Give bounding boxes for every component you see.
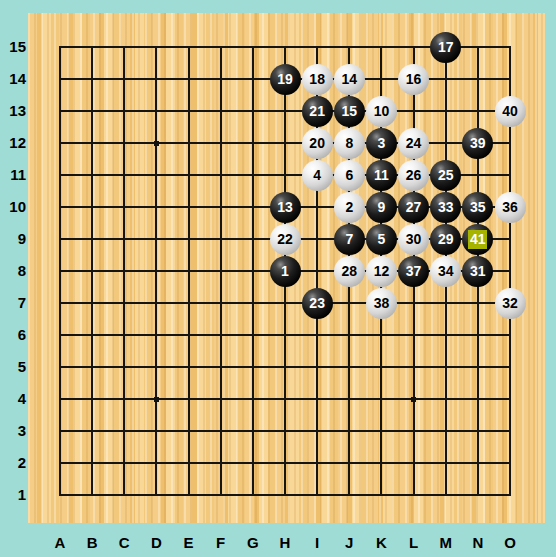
move-number: 17 (438, 40, 454, 54)
move-number: 5 (378, 232, 386, 246)
row-label-4: 4 (0, 389, 26, 409)
stone-27[interactable]: 27 (398, 192, 429, 223)
move-number: 14 (341, 72, 357, 86)
move-number: 19 (277, 72, 293, 86)
grid-line (59, 398, 511, 400)
move-number: 23 (309, 296, 325, 310)
move-number: 7 (345, 232, 353, 246)
row-label-6: 6 (0, 325, 26, 345)
move-number: 22 (277, 232, 293, 246)
grid-line (59, 494, 511, 496)
go-diagram: 1234567891011121314151617181920212223242… (0, 0, 556, 557)
move-number: 8 (345, 136, 353, 150)
grid-line (59, 430, 511, 432)
column-label-I: I (301, 533, 333, 553)
column-label-H: H (269, 533, 301, 553)
stone-19[interactable]: 19 (270, 64, 301, 95)
move-number: 32 (502, 296, 518, 310)
stone-9[interactable]: 9 (366, 192, 397, 223)
column-label-N: N (462, 533, 494, 553)
move-number: 26 (406, 168, 422, 182)
column-label-B: B (76, 533, 108, 553)
move-number: 2 (345, 200, 353, 214)
grid-line (59, 366, 511, 368)
row-label-15: 15 (0, 37, 26, 57)
stone-4[interactable]: 4 (302, 160, 333, 191)
column-label-J: J (333, 533, 365, 553)
row-label-2: 2 (0, 453, 26, 473)
row-label-14: 14 (0, 69, 26, 89)
move-number: 37 (406, 264, 422, 278)
column-label-K: K (365, 533, 397, 553)
stone-41[interactable]: 41 (462, 224, 493, 255)
stone-35[interactable]: 35 (462, 192, 493, 223)
stone-5[interactable]: 5 (366, 224, 397, 255)
stone-18[interactable]: 18 (302, 64, 333, 95)
stone-39[interactable]: 39 (462, 128, 493, 159)
move-number: 9 (378, 200, 386, 214)
move-number: 12 (374, 264, 390, 278)
stone-31[interactable]: 31 (462, 256, 493, 287)
row-label-10: 10 (0, 197, 26, 217)
row-label-8: 8 (0, 261, 26, 281)
row-label-9: 9 (0, 229, 26, 249)
move-number: 10 (374, 104, 390, 118)
stone-2[interactable]: 2 (334, 192, 365, 223)
column-label-E: E (173, 533, 205, 553)
move-number: 38 (374, 296, 390, 310)
stone-3[interactable]: 3 (366, 128, 397, 159)
row-label-3: 3 (0, 421, 26, 441)
stone-30[interactable]: 30 (398, 224, 429, 255)
stone-7[interactable]: 7 (334, 224, 365, 255)
stone-23[interactable]: 23 (302, 288, 333, 319)
stone-1[interactable]: 1 (270, 256, 301, 287)
move-number: 16 (406, 72, 422, 86)
stone-34[interactable]: 34 (430, 256, 461, 287)
stone-15[interactable]: 15 (334, 96, 365, 127)
column-label-D: D (140, 533, 172, 553)
row-label-11: 11 (0, 165, 26, 185)
stone-16[interactable]: 16 (398, 64, 429, 95)
column-label-M: M (430, 533, 462, 553)
move-number: 1 (281, 264, 289, 278)
star-point (411, 397, 416, 402)
move-number: 29 (438, 232, 454, 246)
row-label-5: 5 (0, 357, 26, 377)
column-label-A: A (44, 533, 76, 553)
move-number: 33 (438, 200, 454, 214)
grid-line (59, 462, 511, 464)
row-label-7: 7 (0, 293, 26, 313)
move-number: 20 (309, 136, 325, 150)
stone-26[interactable]: 26 (398, 160, 429, 191)
star-point (154, 397, 159, 402)
stone-17[interactable]: 17 (430, 32, 461, 63)
move-number: 25 (438, 168, 454, 182)
stone-12[interactable]: 12 (366, 256, 397, 287)
column-label-L: L (398, 533, 430, 553)
stone-32[interactable]: 32 (495, 288, 526, 319)
grid-line (59, 334, 511, 336)
stone-37[interactable]: 37 (398, 256, 429, 287)
stone-20[interactable]: 20 (302, 128, 333, 159)
move-number: 41 (468, 230, 487, 249)
column-label-C: C (108, 533, 140, 553)
star-point (154, 141, 159, 146)
move-number: 13 (277, 200, 293, 214)
row-label-1: 1 (0, 485, 26, 505)
move-number: 34 (438, 264, 454, 278)
stone-13[interactable]: 13 (270, 192, 301, 223)
row-label-13: 13 (0, 101, 26, 121)
move-number: 36 (502, 200, 518, 214)
stone-36[interactable]: 36 (495, 192, 526, 223)
stone-28[interactable]: 28 (334, 256, 365, 287)
move-number: 27 (406, 200, 422, 214)
move-number: 18 (309, 72, 325, 86)
column-label-F: F (205, 533, 237, 553)
move-number: 3 (378, 136, 386, 150)
move-number: 4 (313, 168, 321, 182)
move-number: 24 (406, 136, 422, 150)
grid-line (59, 302, 511, 304)
stone-6[interactable]: 6 (334, 160, 365, 191)
stone-8[interactable]: 8 (334, 128, 365, 159)
stone-33[interactable]: 33 (430, 192, 461, 223)
move-number: 30 (406, 232, 422, 246)
move-number: 35 (470, 200, 486, 214)
stone-21[interactable]: 21 (302, 96, 333, 127)
column-label-G: G (237, 533, 269, 553)
stone-10[interactable]: 10 (366, 96, 397, 127)
stone-22[interactable]: 22 (270, 224, 301, 255)
move-number: 40 (502, 104, 518, 118)
move-number: 11 (374, 168, 389, 182)
move-number: 6 (345, 168, 353, 182)
stone-11[interactable]: 11 (366, 160, 397, 191)
move-number: 39 (470, 136, 486, 150)
move-number: 28 (341, 264, 357, 278)
stone-14[interactable]: 14 (334, 64, 365, 95)
column-label-O: O (494, 533, 526, 553)
stone-29[interactable]: 29 (430, 224, 461, 255)
stone-25[interactable]: 25 (430, 160, 461, 191)
move-number: 31 (470, 264, 486, 278)
stone-38[interactable]: 38 (366, 288, 397, 319)
row-label-12: 12 (0, 133, 26, 153)
move-number: 15 (341, 104, 357, 118)
stone-24[interactable]: 24 (398, 128, 429, 159)
stone-40[interactable]: 40 (495, 96, 526, 127)
move-number: 21 (309, 104, 325, 118)
